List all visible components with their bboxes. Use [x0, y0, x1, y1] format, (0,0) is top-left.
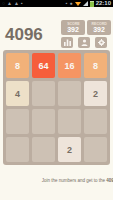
cell-empty [6, 137, 29, 162]
cell-empty [84, 137, 107, 162]
warning-icon: ▲ [14, 0, 19, 7]
instructions: Join the numbers and get to the 4096 til… [0, 172, 113, 190]
tile-4: 4 [6, 81, 29, 106]
status-bar: ◌ ▲ ▲ ▪ ▪ ● 22:10 [0, 0, 113, 7]
tile-16: 16 [58, 53, 81, 78]
score-panel: SCORE 392 RECORD 392 [61, 20, 111, 35]
mute-icon: ▪ [66, 0, 68, 7]
game-board[interactable]: 864168422 [3, 50, 110, 165]
cell-empty [32, 109, 55, 134]
tile-8: 8 [84, 53, 107, 78]
bar-chart-icon [64, 39, 71, 46]
profile-button[interactable] [78, 37, 90, 48]
cell-empty [84, 109, 107, 134]
tile-2: 2 [84, 81, 107, 106]
gear-icon [98, 39, 105, 46]
signal-icon [83, 1, 88, 6]
clock-time: 22:10 [96, 0, 111, 7]
battery-icon [90, 1, 94, 7]
cell-empty [32, 137, 55, 162]
cell-empty [32, 81, 55, 106]
app-title: 4096 [5, 25, 43, 45]
score-label: SCORE [67, 23, 79, 25]
leaderboard-button[interactable] [61, 37, 73, 48]
best-label: RECORD [91, 23, 106, 25]
tile-8: 8 [6, 53, 29, 78]
sd-card-icon: ▪ [21, 0, 23, 7]
cell-empty [58, 109, 81, 134]
cell-empty [6, 109, 29, 134]
alarm-icon: ● [70, 0, 73, 7]
notification-icon: ◌ [2, 0, 5, 7]
person-icon [81, 39, 88, 46]
warning-icon: ▲ [7, 0, 12, 7]
header-buttons [61, 37, 107, 48]
best-box: RECORD 392 [87, 20, 111, 35]
tile-64: 64 [32, 53, 55, 78]
score-box: SCORE 392 [61, 20, 85, 35]
status-left-icons: ◌ ▲ ▲ ▪ [2, 0, 23, 7]
phone-screen: ◌ ▲ ▲ ▪ ▪ ● 22:10 4096 SCORE 392 RECORD … [0, 0, 113, 200]
best-value: 392 [93, 26, 105, 33]
settings-button[interactable] [95, 37, 107, 48]
status-right-icons: ▪ ● 22:10 [66, 0, 111, 7]
tile-2: 2 [58, 137, 81, 162]
score-value: 392 [67, 26, 79, 33]
instructions-text: Join the numbers and get to the 4096 til… [42, 178, 113, 183]
wifi-icon [75, 2, 81, 6]
cell-empty [58, 81, 81, 106]
